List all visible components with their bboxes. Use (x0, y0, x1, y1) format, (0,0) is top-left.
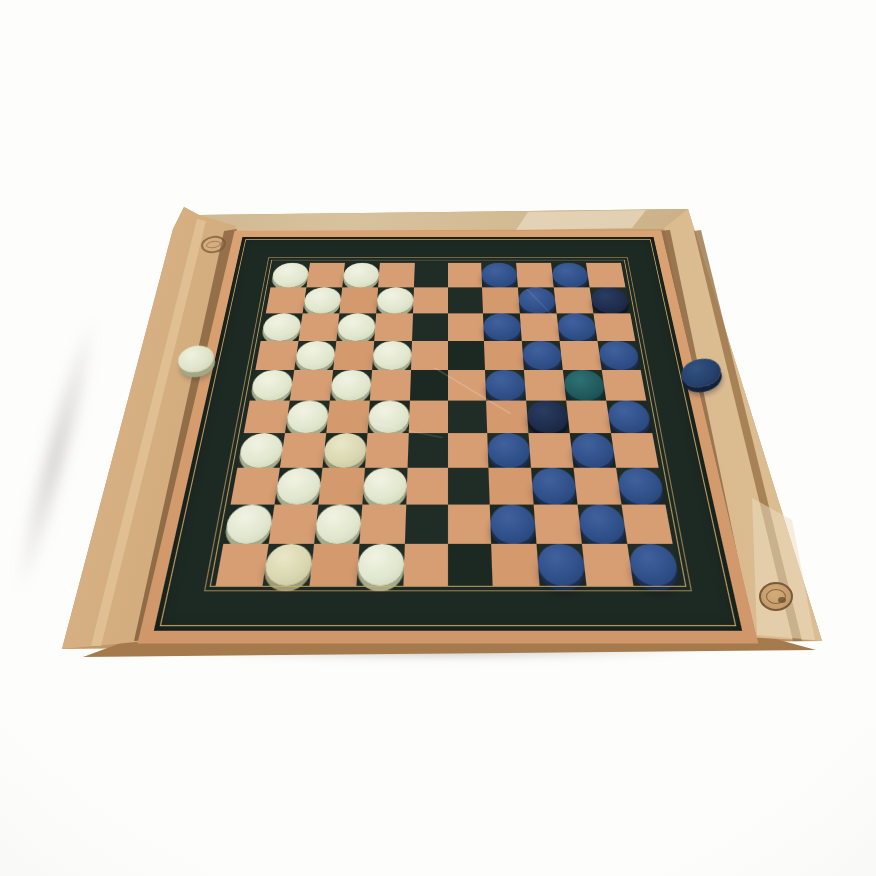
square-r5c5[interactable] (410, 370, 448, 401)
checkers-box-scene (0, 0, 876, 876)
square-r7c9[interactable] (570, 433, 616, 468)
square-r4c8[interactable] (522, 341, 563, 370)
square-r8c8[interactable] (531, 468, 578, 505)
white-man[interactable] (271, 263, 310, 288)
square-r7c8[interactable] (528, 433, 573, 468)
square-r10c9[interactable] (582, 544, 634, 586)
white-man[interactable] (368, 401, 410, 434)
square-r2c3[interactable] (339, 287, 378, 313)
white-man[interactable] (261, 313, 303, 340)
blue-man[interactable] (487, 433, 531, 468)
square-r6c8[interactable] (526, 401, 570, 434)
blue-man[interactable] (526, 401, 570, 434)
square-r3c1[interactable] (261, 313, 303, 340)
white-man[interactable] (376, 287, 414, 313)
white-man[interactable] (294, 341, 336, 370)
square-r9c1[interactable] (223, 505, 274, 544)
square-r10c2[interactable] (263, 544, 315, 586)
square-r6c5[interactable] (409, 401, 448, 434)
square-r7c1[interactable] (237, 433, 285, 468)
blue-man[interactable] (485, 370, 526, 401)
square-r2c7[interactable] (482, 287, 520, 313)
blue-man[interactable] (590, 287, 631, 313)
white-man[interactable] (336, 313, 376, 340)
square-r7c7[interactable] (487, 433, 531, 468)
blue-man[interactable] (531, 468, 578, 505)
square-r4c10[interactable] (597, 341, 640, 370)
blue-man[interactable] (597, 341, 640, 370)
square-r5c3[interactable] (330, 370, 372, 401)
square-r1c10[interactable] (586, 263, 625, 288)
white-man[interactable] (356, 544, 404, 586)
blue-man[interactable] (537, 544, 587, 586)
square-r5c9[interactable] (563, 370, 606, 401)
blue-man[interactable] (616, 468, 665, 505)
blue-man[interactable] (518, 287, 557, 313)
white-man[interactable] (322, 433, 367, 468)
square-r1c8[interactable] (516, 263, 554, 288)
blue-man[interactable] (570, 433, 616, 468)
square-r1c2[interactable] (306, 263, 345, 288)
square-r9c3[interactable] (314, 505, 362, 544)
square-r10c1[interactable] (216, 544, 269, 586)
square-r8c10[interactable] (616, 468, 665, 505)
white-man[interactable] (314, 505, 362, 544)
square-r6c7[interactable] (486, 401, 528, 434)
white-man[interactable] (303, 287, 343, 313)
square-r4c4[interactable] (372, 341, 412, 370)
blue-man[interactable] (563, 370, 606, 401)
square-r6c9[interactable] (566, 401, 611, 434)
square-r4c2[interactable] (294, 341, 336, 370)
blue-man[interactable] (490, 505, 537, 544)
square-r4c6[interactable] (448, 341, 485, 370)
square-r3c6[interactable] (448, 313, 484, 340)
square-r10c7[interactable] (491, 544, 539, 586)
square-r8c4[interactable] (362, 468, 407, 505)
white-man[interactable] (342, 263, 380, 288)
square-r7c10[interactable] (611, 433, 659, 468)
square-r5c8[interactable] (524, 370, 566, 401)
square-r2c5[interactable] (413, 287, 448, 313)
square-r10c6[interactable] (448, 544, 493, 586)
white-man[interactable] (330, 370, 372, 401)
white-man[interactable] (372, 341, 412, 370)
square-r3c4[interactable] (374, 313, 413, 340)
square-r10c5[interactable] (403, 544, 448, 586)
square-r5c1[interactable] (250, 370, 295, 401)
square-r9c5[interactable] (405, 505, 448, 544)
blue-man[interactable] (557, 313, 598, 340)
square-r8c6[interactable] (448, 468, 490, 505)
square-r5c4[interactable] (370, 370, 411, 401)
square-r2c1[interactable] (266, 287, 307, 313)
white-man[interactable] (285, 401, 330, 434)
square-r2c10[interactable] (590, 287, 631, 313)
blue-man[interactable] (551, 263, 590, 288)
blue-man[interactable] (578, 505, 628, 544)
square-r2c9[interactable] (554, 287, 594, 313)
wood-screw-button-icon (759, 582, 793, 611)
square-r10c4[interactable] (356, 544, 404, 586)
white-man[interactable] (250, 370, 295, 401)
blue-man[interactable] (606, 401, 652, 434)
square-r5c10[interactable] (602, 370, 647, 401)
square-r3c9[interactable] (557, 313, 598, 340)
blue-man[interactable] (522, 341, 563, 370)
square-r9c10[interactable] (622, 505, 673, 544)
square-r6c2[interactable] (285, 401, 330, 434)
white-man[interactable] (237, 433, 285, 468)
square-r9c7[interactable] (490, 505, 537, 544)
square-r6c6[interactable] (448, 401, 487, 434)
square-r8c5[interactable] (406, 468, 448, 505)
square-r1c3[interactable] (342, 263, 380, 288)
white-man[interactable] (223, 505, 274, 544)
square-r3c3[interactable] (336, 313, 376, 340)
blue-man[interactable] (627, 544, 680, 586)
square-r9c2[interactable] (269, 505, 319, 544)
square-r4c7[interactable] (484, 341, 524, 370)
square-r8c7[interactable] (488, 468, 533, 505)
square-r7c6[interactable] (448, 433, 488, 468)
square-r3c8[interactable] (520, 313, 560, 340)
square-r6c4[interactable] (368, 401, 410, 434)
square-r1c1[interactable] (271, 263, 310, 288)
square-r3c10[interactable] (593, 313, 635, 340)
square-r3c2[interactable] (299, 313, 340, 340)
square-r9c9[interactable] (578, 505, 628, 544)
square-r1c9[interactable] (551, 263, 590, 288)
square-r3c7[interactable] (483, 313, 522, 340)
square-r5c2[interactable] (290, 370, 333, 401)
square-r1c4[interactable] (378, 263, 415, 288)
square-r7c2[interactable] (280, 433, 326, 468)
square-r4c3[interactable] (333, 341, 374, 370)
square-r7c4[interactable] (365, 433, 409, 468)
square-r7c5[interactable] (408, 433, 448, 468)
square-r8c9[interactable] (574, 468, 622, 505)
board-plane (186, 250, 711, 606)
square-r9c8[interactable] (534, 505, 582, 544)
square-r1c6[interactable] (448, 263, 482, 288)
board-perspective-scene (228, 179, 668, 619)
blue-man[interactable] (483, 313, 522, 340)
square-r5c6[interactable] (448, 370, 486, 401)
square-r6c10[interactable] (606, 401, 652, 434)
square-r8c3[interactable] (318, 468, 365, 505)
square-r6c3[interactable] (326, 401, 370, 434)
square-r9c6[interactable] (448, 505, 491, 544)
white-man[interactable] (263, 544, 315, 586)
square-r2c8[interactable] (518, 287, 557, 313)
square-r7c3[interactable] (322, 433, 367, 468)
square-r1c7[interactable] (481, 263, 518, 288)
square-r2c2[interactable] (303, 287, 343, 313)
square-r10c3[interactable] (309, 544, 359, 586)
square-r4c1[interactable] (255, 341, 298, 370)
white-man[interactable] (274, 468, 322, 505)
square-r4c5[interactable] (411, 341, 448, 370)
square-r3c5[interactable] (412, 313, 448, 340)
square-r1c5[interactable] (414, 263, 448, 288)
square-r8c1[interactable] (231, 468, 280, 505)
square-r2c4[interactable] (376, 287, 414, 313)
square-r4c9[interactable] (560, 341, 602, 370)
white-man[interactable] (362, 468, 407, 505)
square-r5c7[interactable] (485, 370, 526, 401)
square-r10c10[interactable] (627, 544, 680, 586)
blue-man[interactable] (481, 263, 518, 288)
square-r2c6[interactable] (448, 287, 483, 313)
square-r10c8[interactable] (537, 544, 587, 586)
square-r8c2[interactable] (274, 468, 322, 505)
square-r6c1[interactable] (244, 401, 290, 434)
square-r9c4[interactable] (359, 505, 406, 544)
